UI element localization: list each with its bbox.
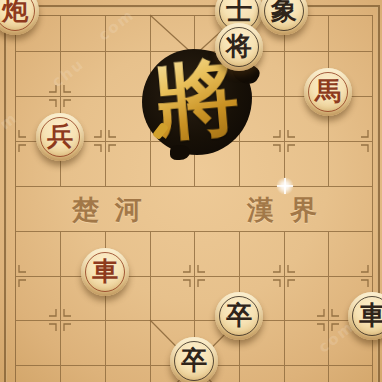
piece-character: 馬	[315, 78, 341, 104]
xiangqi-board: 楚河 漢界 將 炮士象将馬兵車卒車卒 m chu com com	[0, 0, 382, 382]
piece-character: 車	[92, 258, 118, 284]
piece-red-車[interactable]: 車	[81, 248, 129, 296]
piece-character: 士	[226, 0, 252, 23]
piece-character: 卒	[226, 302, 252, 328]
piece-character: 炮	[2, 0, 28, 23]
sparkle-effect	[276, 177, 294, 195]
board-cell[interactable]	[285, 321, 329, 366]
board-cell[interactable]	[16, 52, 61, 97]
river-label-left: 楚河	[72, 192, 158, 228]
board-cell[interactable]	[285, 277, 329, 321]
board-cell[interactable]	[106, 16, 151, 52]
board-cell[interactable]	[16, 321, 61, 366]
piece-red-馬[interactable]: 馬	[304, 68, 352, 116]
board-cell[interactable]	[61, 16, 106, 52]
board-cell[interactable]	[106, 366, 151, 382]
board-cell[interactable]	[329, 16, 373, 52]
board-cell[interactable]	[285, 232, 329, 277]
piece-black-将[interactable]: 将	[215, 23, 263, 71]
board-cell[interactable]	[61, 52, 106, 97]
board-cell[interactable]	[240, 232, 285, 277]
board-cell[interactable]	[329, 232, 373, 277]
board-cell[interactable]	[329, 142, 373, 187]
piece-character: 兵	[47, 123, 73, 149]
board-cell[interactable]	[16, 366, 61, 382]
piece-character: 卒	[181, 347, 207, 373]
board-cell[interactable]	[195, 187, 240, 232]
piece-red-兵[interactable]: 兵	[36, 113, 84, 161]
board-cell[interactable]	[240, 366, 285, 382]
piece-character: 将	[226, 33, 252, 59]
piece-character: 象	[271, 0, 297, 23]
piece-black-卒[interactable]: 卒	[215, 292, 263, 340]
piece-character: 車	[359, 302, 382, 328]
board-cell[interactable]	[151, 277, 195, 321]
board-cell[interactable]	[16, 277, 61, 321]
piece-black-卒[interactable]: 卒	[170, 337, 218, 382]
board-cell[interactable]	[151, 232, 195, 277]
board-cell[interactable]	[16, 232, 61, 277]
board-cell[interactable]	[195, 232, 240, 277]
board-cell[interactable]	[61, 321, 106, 366]
board-cell[interactable]	[16, 187, 61, 232]
river-label-right: 漢界	[247, 192, 333, 228]
board-cell[interactable]	[329, 366, 373, 382]
board-cell[interactable]	[285, 366, 329, 382]
board-cell[interactable]	[106, 142, 151, 187]
board-cell[interactable]	[61, 366, 106, 382]
board-cell[interactable]	[329, 187, 373, 232]
board-cell[interactable]	[106, 321, 151, 366]
